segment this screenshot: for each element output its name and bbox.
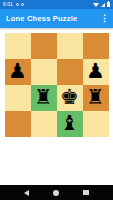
black-rook: ♜ <box>86 87 105 108</box>
status-bar: 6:01 <box>0 0 113 9</box>
board-square[interactable] <box>5 85 31 111</box>
board-square[interactable] <box>31 111 57 137</box>
wifi-icon <box>93 3 99 7</box>
page-title: Lone Chess Puzzle <box>6 14 77 23</box>
black-pawn: ♟ <box>86 61 105 82</box>
board-square[interactable]: ♜ <box>83 85 109 111</box>
board-square[interactable]: ♟ <box>5 59 31 85</box>
home-icon[interactable] <box>53 190 59 196</box>
board-square[interactable]: ♝ <box>57 111 83 137</box>
app-bar: Lone Chess Puzzle ⋮ <box>0 9 113 28</box>
status-time: 6:01 <box>3 0 13 9</box>
overflow-menu-icon[interactable]: ⋮ <box>96 9 113 28</box>
black-bishop: ♝ <box>60 113 79 134</box>
recents-icon[interactable] <box>83 190 89 196</box>
black-rook: ♜ <box>34 87 53 108</box>
android-nav-bar <box>0 185 113 200</box>
screen: 6:01 Lone Chess Puzzle ⋮ ♟♟♜♚♜♝ <box>0 0 113 200</box>
board-square[interactable]: ♜ <box>31 85 57 111</box>
board-square[interactable]: ♟ <box>83 59 109 85</box>
board-square[interactable]: ♚ <box>57 85 83 111</box>
board-square[interactable] <box>5 111 31 137</box>
notification-icon <box>16 3 19 6</box>
signal-icon <box>101 3 105 7</box>
board-square[interactable] <box>57 33 83 59</box>
black-king: ♚ <box>60 87 79 108</box>
chess-board: ♟♟♜♚♜♝ <box>5 33 109 137</box>
board-square[interactable] <box>83 33 109 59</box>
back-icon[interactable] <box>24 190 29 196</box>
board-square[interactable] <box>57 59 83 85</box>
black-pawn: ♟ <box>8 61 27 82</box>
board-square[interactable] <box>31 33 57 59</box>
board-square[interactable] <box>83 111 109 137</box>
board-square[interactable] <box>5 33 31 59</box>
battery-icon <box>107 2 110 7</box>
notification-icon <box>21 3 24 6</box>
board-square[interactable] <box>31 59 57 85</box>
